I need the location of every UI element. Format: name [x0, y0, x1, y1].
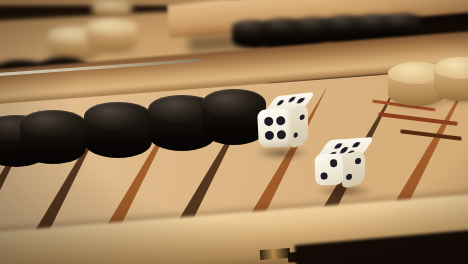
backgammon-board-photo	[0, 0, 468, 264]
die-pip	[277, 130, 286, 139]
white-checker-right-2	[434, 57, 468, 101]
die-right-face	[290, 103, 308, 148]
white-die-left	[258, 95, 312, 155]
die-front-face	[257, 108, 293, 148]
black-checker-near-3	[84, 102, 152, 158]
die-pip	[293, 132, 298, 138]
white-checker-far-3	[92, 0, 132, 18]
black-checker-near-2	[20, 110, 86, 164]
die-pip	[296, 98, 305, 104]
white-die-right	[315, 139, 373, 195]
die-pip	[265, 131, 274, 140]
die-pip	[330, 159, 338, 167]
die-pip	[355, 158, 361, 165]
die-front-face	[314, 154, 343, 186]
die-right-face	[342, 150, 365, 189]
die-pip	[276, 100, 285, 106]
die-pip	[300, 114, 305, 120]
die-pip	[346, 173, 352, 180]
white-checker-far-2	[86, 18, 138, 52]
die-pip	[264, 117, 273, 126]
die-pip	[351, 142, 361, 148]
black-checker-near-5	[202, 89, 266, 145]
die-pip	[276, 116, 285, 125]
die-pip	[287, 97, 296, 103]
die-pip	[320, 172, 328, 180]
latch-hardware	[260, 248, 291, 260]
